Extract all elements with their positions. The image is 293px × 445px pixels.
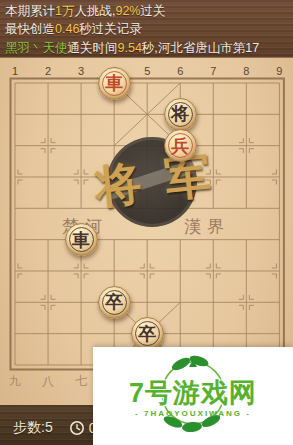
piece-black-chariot[interactable]: 車 xyxy=(65,223,98,256)
xiangqi-app: 本期累计1万人挑战,92%过关最快创造0.46秒过关记录黑羽丶天使通关时间9.5… xyxy=(0,0,293,445)
piece-red-soldier[interactable]: 兵 xyxy=(164,129,197,162)
piece-character: 卒 xyxy=(105,293,123,311)
file-label-bottom-1: 九 xyxy=(5,374,25,388)
info-line-3: 黑羽丶天使通关时间9.54秒,河北省唐山市第17 xyxy=(5,39,293,57)
watermark-title: 7号游戏网 xyxy=(93,375,293,411)
file-label-bottom-3: 七 xyxy=(71,374,91,388)
piece-black-soldier-1[interactable]: 卒 xyxy=(98,286,131,319)
move-count: 步数:5 xyxy=(13,419,53,437)
piece-black-general[interactable]: 将 xyxy=(164,98,197,131)
file-label-top-2: 2 xyxy=(38,65,58,78)
file-label-top-9: 9 xyxy=(269,65,289,78)
watermark-subtitle: - 7HAOYOUXIWANG - xyxy=(93,409,293,418)
file-label-top-3: 3 xyxy=(71,65,91,78)
file-label-bottom-2: 八 xyxy=(38,374,58,388)
file-label-top-7: 7 xyxy=(203,65,223,78)
piece-black-soldier-2[interactable]: 卒 xyxy=(131,317,164,350)
piece-character: 車 xyxy=(72,231,90,249)
logo-char-left: 将 xyxy=(92,152,144,218)
piece-character: 卒 xyxy=(138,325,156,343)
file-label-top-8: 8 xyxy=(236,65,256,78)
file-label-top-1: 1 xyxy=(5,65,25,78)
piece-red-chariot[interactable]: 車 xyxy=(98,67,131,100)
clock-icon xyxy=(69,420,85,436)
file-label-top-5: 5 xyxy=(137,65,157,78)
logo-calligraphy: 将 军 xyxy=(92,148,213,216)
piece-character: 将 xyxy=(171,105,189,123)
challenge-info-panel: 本期累计1万人挑战,92%过关最快创造0.46秒过关记录黑羽丶天使通关时间9.5… xyxy=(0,0,293,58)
info-line-2: 最快创造0.46秒过关记录 xyxy=(5,20,293,38)
file-label-top-6: 6 xyxy=(170,65,190,78)
watermark-overlay: 7号游戏网 - 7HAOYOUXIWANG - xyxy=(93,347,293,445)
piece-character: 兵 xyxy=(171,137,189,155)
piece-character: 車 xyxy=(105,74,123,92)
info-line-1: 本期累计1万人挑战,92%过关 xyxy=(5,2,293,20)
